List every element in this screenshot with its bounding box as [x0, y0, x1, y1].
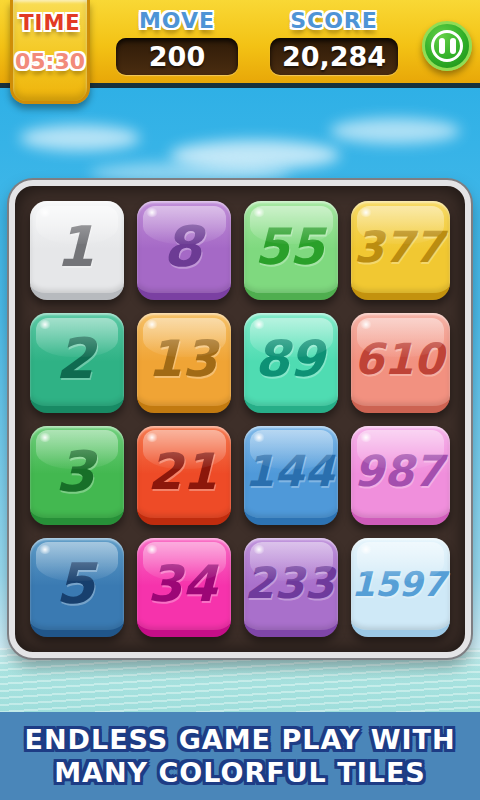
game-screen: MOVE 200 SCORE 20,284 TIME 05:30 1855377… — [0, 0, 480, 800]
tile-1[interactable]: 1 — [30, 201, 124, 300]
tile-value: 377 — [354, 226, 448, 269]
tile-value: 55 — [254, 222, 328, 272]
pause-icon — [431, 30, 463, 62]
time-label: TIME — [13, 11, 87, 35]
tile-987[interactable]: 987 — [351, 426, 450, 525]
tile-13[interactable]: 13 — [137, 313, 231, 412]
move-label: MOVE — [116, 8, 238, 33]
tile-5[interactable]: 5 — [30, 538, 124, 637]
tile-2[interactable]: 2 — [30, 313, 124, 412]
tile-1597[interactable]: 1597 — [351, 538, 450, 637]
pause-button[interactable] — [422, 21, 472, 71]
tile-value: 1 — [56, 219, 99, 275]
time-value: 05:30 — [13, 49, 87, 74]
board-grid: 1855377213896103211449875342331597 — [15, 186, 465, 652]
tile-value: 89 — [254, 334, 328, 384]
tile-377[interactable]: 377 — [351, 201, 450, 300]
tile-value: 233 — [244, 562, 338, 605]
cloud — [20, 125, 140, 151]
move-value-box: 200 — [116, 38, 238, 75]
tile-value: 3 — [56, 444, 99, 500]
move-group: MOVE 200 — [116, 8, 238, 75]
tile-value: 144 — [244, 450, 338, 493]
bottom-banner: ENDLESS GAME PLAY WITH MANY COLORFUL TIL… — [0, 712, 480, 800]
tile-55[interactable]: 55 — [244, 201, 338, 300]
tile-value: 2 — [56, 331, 99, 387]
tile-21[interactable]: 21 — [137, 426, 231, 525]
tile-34[interactable]: 34 — [137, 538, 231, 637]
time-tab: TIME 05:30 — [10, 0, 90, 104]
tile-value: 610 — [354, 338, 448, 381]
tile-8[interactable]: 8 — [137, 201, 231, 300]
tile-value: 13 — [147, 334, 221, 384]
score-group: SCORE 20,284 — [270, 8, 398, 75]
tile-value: 34 — [147, 559, 221, 609]
tile-value: 21 — [147, 447, 221, 497]
move-value: 200 — [149, 41, 205, 72]
banner-line-1: ENDLESS GAME PLAY WITH — [24, 724, 455, 755]
score-label: SCORE — [270, 8, 398, 33]
score-value-box: 20,284 — [270, 38, 398, 75]
tile-value: 1597 — [351, 567, 450, 601]
tile-144[interactable]: 144 — [244, 426, 338, 525]
tile-89[interactable]: 89 — [244, 313, 338, 412]
score-value: 20,284 — [282, 41, 386, 72]
game-board: 1855377213896103211449875342331597 — [9, 180, 471, 658]
tile-3[interactable]: 3 — [30, 426, 124, 525]
tile-value: 8 — [163, 219, 206, 275]
cloud — [330, 118, 460, 144]
tile-value: 5 — [56, 556, 99, 612]
tile-value: 987 — [354, 450, 448, 493]
tile-233[interactable]: 233 — [244, 538, 338, 637]
tile-610[interactable]: 610 — [351, 313, 450, 412]
banner-line-2: MANY COLORFUL TILES — [54, 757, 426, 788]
